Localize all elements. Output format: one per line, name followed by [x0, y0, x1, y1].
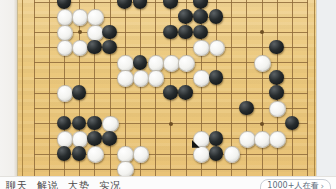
- white-stone: [224, 146, 241, 163]
- white-stone: [117, 70, 134, 87]
- white-stone: [148, 70, 165, 87]
- white-stone: [193, 70, 210, 87]
- white-stone: [57, 25, 74, 42]
- white-stone: [117, 55, 134, 72]
- left-side-panel: [0, 0, 18, 176]
- black-stone: [102, 25, 117, 40]
- star-point: [78, 30, 82, 34]
- white-stone: [193, 146, 210, 163]
- tab-live[interactable]: 实况: [99, 179, 121, 189]
- right-side-panel: [316, 0, 336, 176]
- chevron-right-icon: ›: [320, 181, 324, 189]
- white-stone: [72, 131, 89, 148]
- go-board[interactable]: [18, 0, 316, 176]
- white-stone: [254, 55, 271, 72]
- white-stone: [57, 85, 74, 102]
- black-stone: [269, 70, 284, 85]
- tab-commentary[interactable]: 解说: [37, 179, 59, 189]
- grid-line-horizontal: [34, 169, 309, 170]
- black-stone: [209, 146, 224, 161]
- black-stone: [193, 0, 208, 9]
- grid-line-horizontal: [34, 108, 309, 109]
- grid-line-vertical: [246, 0, 247, 176]
- black-stone: [133, 0, 148, 9]
- white-stone: [57, 40, 74, 57]
- black-stone: [163, 25, 178, 40]
- white-stone: [102, 116, 119, 133]
- black-stone: [117, 0, 132, 9]
- viewers-pill[interactable]: 1000+人在看 ›: [260, 179, 331, 189]
- black-stone: [285, 116, 300, 131]
- black-stone: [209, 70, 224, 85]
- black-stone: [193, 25, 208, 40]
- white-stone: [72, 9, 89, 26]
- black-stone: [163, 85, 178, 100]
- white-stone: [193, 40, 210, 57]
- grid-line-vertical: [49, 0, 50, 176]
- grid-line-vertical: [34, 0, 35, 176]
- white-stone: [148, 55, 165, 72]
- black-stone: [178, 25, 193, 40]
- white-stone: [269, 101, 286, 118]
- white-stone: [178, 55, 195, 72]
- black-stone: [102, 40, 117, 55]
- viewers-count-label: 1000+人在看: [267, 181, 318, 189]
- black-stone: [209, 131, 224, 146]
- grid-line-vertical: [292, 0, 293, 176]
- black-stone: [102, 131, 117, 146]
- black-stone: [163, 0, 178, 9]
- white-stone: [72, 40, 89, 57]
- black-stone: [57, 116, 72, 131]
- star-point: [169, 122, 173, 126]
- black-stone: [178, 85, 193, 100]
- star-point: [260, 30, 264, 34]
- black-stone: [87, 40, 102, 55]
- board-edge-line: [22, 0, 23, 176]
- white-stone: [87, 25, 104, 42]
- white-stone: [133, 146, 150, 163]
- bottom-tab-bar: 聊天 解说 大势 实况 1000+人在看 ›: [0, 176, 336, 189]
- black-stone: [209, 9, 224, 24]
- tab-chat[interactable]: 聊天: [6, 179, 28, 189]
- black-stone: [87, 116, 102, 131]
- black-stone: [57, 146, 72, 161]
- black-stone: [269, 40, 284, 55]
- white-stone: [239, 131, 256, 148]
- grid-line-horizontal: [34, 78, 309, 79]
- black-stone: [133, 55, 148, 70]
- white-stone: [133, 70, 150, 87]
- white-stone: [209, 40, 226, 57]
- white-stone: [269, 131, 286, 148]
- grid-line-vertical: [307, 0, 308, 176]
- white-stone: [87, 146, 104, 163]
- white-stone: [87, 9, 104, 26]
- go-live-viewer-screen: 聊天 解说 大势 实况 1000+人在看 ›: [0, 0, 336, 189]
- white-stone: [57, 131, 74, 148]
- black-stone: [72, 85, 87, 100]
- black-stone: [87, 131, 102, 146]
- black-stone: [193, 9, 208, 24]
- black-stone: [178, 9, 193, 24]
- grid-line-vertical: [262, 0, 263, 176]
- white-stone: [254, 131, 271, 148]
- tab-list: 聊天 解说 大势 实况: [6, 179, 121, 189]
- black-stone: [72, 116, 87, 131]
- star-point: [260, 122, 264, 126]
- black-stone: [269, 85, 284, 100]
- board-edge-line: [314, 0, 315, 176]
- black-stone: [72, 146, 87, 161]
- white-stone: [117, 146, 134, 163]
- white-stone: [163, 55, 180, 72]
- grid-line-vertical: [155, 0, 156, 176]
- white-stone: [57, 9, 74, 26]
- tab-influence[interactable]: 大势: [68, 179, 90, 189]
- black-stone: [239, 101, 254, 116]
- black-stone: [57, 0, 72, 9]
